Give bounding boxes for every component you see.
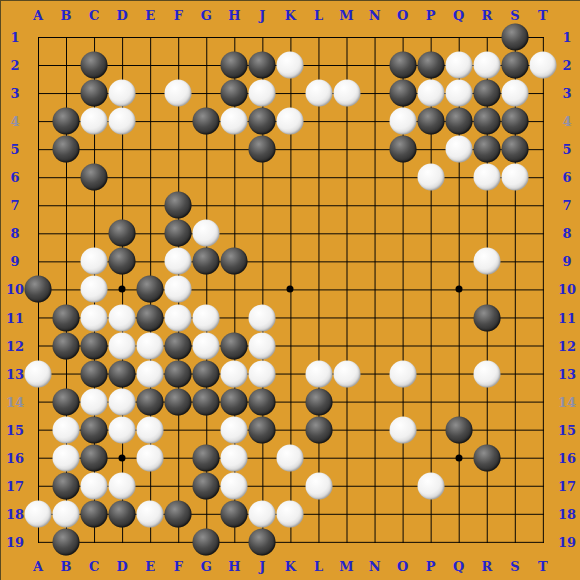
col-label-top: S	[510, 9, 519, 22]
white-stone[interactable]	[501, 80, 528, 107]
white-stone[interactable]	[165, 276, 192, 303]
white-stone[interactable]	[25, 360, 52, 387]
row-label-left: 5	[10, 143, 19, 156]
white-stone[interactable]	[249, 80, 276, 107]
white-stone[interactable]	[277, 444, 304, 471]
row-label-right: 9	[562, 255, 571, 268]
black-stone[interactable]	[305, 416, 332, 443]
white-stone[interactable]	[81, 388, 108, 415]
col-label-bottom: D	[117, 560, 128, 573]
star-point	[287, 286, 294, 293]
col-label-bottom: K	[285, 560, 296, 573]
row-label-right: 5	[562, 143, 571, 156]
black-stone[interactable]	[53, 304, 80, 331]
white-stone[interactable]	[137, 332, 164, 359]
white-stone[interactable]	[81, 108, 108, 135]
black-stone[interactable]	[109, 220, 136, 247]
black-stone[interactable]	[249, 136, 276, 163]
col-label-top: N	[369, 9, 381, 22]
row-label-right: 17	[558, 479, 576, 492]
black-stone[interactable]	[81, 360, 108, 387]
star-point	[119, 454, 126, 461]
black-stone[interactable]	[221, 500, 248, 527]
col-label-bottom: O	[397, 560, 408, 573]
black-stone[interactable]	[193, 388, 220, 415]
col-label-top: F	[174, 9, 183, 22]
white-stone[interactable]	[221, 416, 248, 443]
row-label-left: 18	[6, 507, 24, 520]
black-stone[interactable]	[53, 472, 80, 499]
row-label-left: 4	[10, 115, 19, 128]
black-stone[interactable]	[81, 332, 108, 359]
white-stone[interactable]	[417, 80, 444, 107]
black-stone[interactable]	[81, 416, 108, 443]
black-stone[interactable]	[473, 304, 500, 331]
black-stone[interactable]	[109, 500, 136, 527]
white-stone[interactable]	[501, 164, 528, 191]
col-label-bottom: H	[228, 560, 240, 573]
white-stone[interactable]	[109, 416, 136, 443]
col-label-top: T	[538, 9, 548, 22]
white-stone[interactable]	[193, 220, 220, 247]
white-stone[interactable]	[389, 416, 416, 443]
black-stone[interactable]	[25, 276, 52, 303]
white-stone[interactable]	[81, 276, 108, 303]
white-stone[interactable]	[53, 444, 80, 471]
row-label-left: 3	[10, 87, 19, 100]
white-stone[interactable]	[277, 500, 304, 527]
black-stone[interactable]	[53, 528, 80, 555]
black-stone[interactable]	[221, 52, 248, 79]
white-stone[interactable]	[249, 500, 276, 527]
row-label-right: 2	[562, 59, 571, 72]
white-stone[interactable]	[81, 472, 108, 499]
col-label-top: M	[339, 9, 353, 22]
black-stone[interactable]	[501, 136, 528, 163]
white-stone[interactable]	[389, 360, 416, 387]
col-label-bottom: F	[174, 560, 183, 573]
black-stone[interactable]	[389, 80, 416, 107]
black-stone[interactable]	[305, 388, 332, 415]
black-stone[interactable]	[165, 332, 192, 359]
black-stone[interactable]	[165, 220, 192, 247]
row-label-left: 12	[6, 339, 24, 352]
row-label-left: 13	[6, 367, 24, 380]
row-label-right: 7	[562, 199, 571, 212]
row-label-right: 8	[562, 227, 571, 240]
col-label-top: G	[201, 9, 212, 22]
black-stone[interactable]	[81, 164, 108, 191]
black-stone[interactable]	[417, 108, 444, 135]
star-point	[455, 454, 462, 461]
row-label-left: 16	[6, 451, 24, 464]
white-stone[interactable]	[165, 304, 192, 331]
row-label-right: 11	[558, 311, 576, 324]
white-stone[interactable]	[305, 472, 332, 499]
white-stone[interactable]	[109, 80, 136, 107]
white-stone[interactable]	[109, 332, 136, 359]
white-stone[interactable]	[53, 416, 80, 443]
black-stone[interactable]	[137, 276, 164, 303]
black-stone[interactable]	[249, 416, 276, 443]
black-stone[interactable]	[445, 416, 472, 443]
white-stone[interactable]	[249, 332, 276, 359]
black-stone[interactable]	[501, 52, 528, 79]
white-stone[interactable]	[277, 108, 304, 135]
black-stone[interactable]	[193, 472, 220, 499]
white-stone[interactable]	[473, 360, 500, 387]
col-label-bottom: G	[201, 560, 212, 573]
row-label-right: 6	[562, 171, 571, 184]
row-label-right: 4	[562, 115, 571, 128]
col-label-bottom: B	[61, 560, 72, 573]
white-stone[interactable]	[529, 52, 556, 79]
col-label-bottom: M	[339, 560, 353, 573]
col-label-top: O	[397, 9, 408, 22]
col-label-top: P	[426, 9, 436, 22]
black-stone[interactable]	[473, 80, 500, 107]
star-point	[455, 286, 462, 293]
row-label-right: 13	[558, 367, 576, 380]
black-stone[interactable]	[193, 444, 220, 471]
white-stone[interactable]	[445, 80, 472, 107]
white-stone[interactable]	[109, 472, 136, 499]
row-label-left: 7	[10, 199, 19, 212]
col-label-top: Q	[453, 9, 464, 22]
black-stone[interactable]	[53, 108, 80, 135]
black-stone[interactable]	[137, 388, 164, 415]
black-stone[interactable]	[81, 500, 108, 527]
row-label-left: 17	[6, 479, 24, 492]
black-stone[interactable]	[249, 108, 276, 135]
col-label-top: E	[145, 9, 155, 22]
col-label-top: R	[481, 9, 492, 22]
black-stone[interactable]	[193, 360, 220, 387]
black-stone[interactable]	[165, 360, 192, 387]
col-label-bottom: E	[145, 560, 155, 573]
black-stone[interactable]	[473, 108, 500, 135]
white-stone[interactable]	[473, 164, 500, 191]
white-stone[interactable]	[25, 500, 52, 527]
row-label-left: 6	[10, 171, 19, 184]
black-stone[interactable]	[109, 248, 136, 275]
white-stone[interactable]	[165, 80, 192, 107]
black-stone[interactable]	[81, 444, 108, 471]
black-stone[interactable]	[249, 388, 276, 415]
white-stone[interactable]	[81, 304, 108, 331]
black-stone[interactable]	[249, 52, 276, 79]
col-label-bottom: T	[538, 560, 548, 573]
white-stone[interactable]	[137, 444, 164, 471]
white-stone[interactable]	[165, 248, 192, 275]
white-stone[interactable]	[417, 472, 444, 499]
row-label-right: 14	[558, 395, 576, 408]
black-stone[interactable]	[137, 304, 164, 331]
black-stone[interactable]	[165, 500, 192, 527]
col-label-top: D	[117, 9, 128, 22]
white-stone[interactable]	[193, 304, 220, 331]
white-stone[interactable]	[81, 248, 108, 275]
black-stone[interactable]	[501, 108, 528, 135]
black-stone[interactable]	[221, 332, 248, 359]
row-label-left: 2	[10, 59, 19, 72]
col-label-bottom: P	[426, 560, 436, 573]
row-label-left: 19	[6, 535, 24, 548]
white-stone[interactable]	[193, 332, 220, 359]
black-stone[interactable]	[221, 388, 248, 415]
white-stone[interactable]	[221, 472, 248, 499]
row-label-left: 8	[10, 227, 19, 240]
row-label-left: 9	[10, 255, 19, 268]
black-stone[interactable]	[193, 248, 220, 275]
col-label-top: A	[33, 9, 43, 22]
white-stone[interactable]	[137, 416, 164, 443]
black-stone[interactable]	[389, 136, 416, 163]
black-stone[interactable]	[165, 192, 192, 219]
white-stone[interactable]	[109, 388, 136, 415]
col-label-bottom: N	[369, 560, 381, 573]
black-stone[interactable]	[473, 136, 500, 163]
go-board-app: AABBCCDDEEFFGGHHJJKKLLMMNNOOPPQQRRSSTT11…	[0, 0, 580, 580]
white-stone[interactable]	[221, 360, 248, 387]
black-stone[interactable]	[249, 528, 276, 555]
white-stone[interactable]	[221, 108, 248, 135]
col-label-bottom: Q	[453, 560, 464, 573]
white-stone[interactable]	[473, 248, 500, 275]
col-label-bottom: L	[314, 560, 323, 573]
white-stone[interactable]	[277, 52, 304, 79]
white-stone[interactable]	[333, 360, 360, 387]
row-label-right: 18	[558, 507, 576, 520]
row-label-right: 10	[558, 283, 576, 296]
white-stone[interactable]	[109, 304, 136, 331]
black-stone[interactable]	[53, 332, 80, 359]
black-stone[interactable]	[501, 24, 528, 51]
row-label-left: 11	[6, 311, 24, 324]
black-stone[interactable]	[53, 136, 80, 163]
col-label-top: J	[259, 9, 265, 22]
black-stone[interactable]	[417, 52, 444, 79]
col-label-bottom: R	[481, 560, 492, 573]
col-label-bottom: C	[89, 560, 99, 573]
white-stone[interactable]	[249, 360, 276, 387]
black-stone[interactable]	[473, 444, 500, 471]
row-label-right: 1	[562, 31, 571, 44]
star-point	[119, 286, 126, 293]
black-stone[interactable]	[165, 388, 192, 415]
black-stone[interactable]	[81, 52, 108, 79]
black-stone[interactable]	[221, 248, 248, 275]
row-label-right: 19	[558, 535, 576, 548]
white-stone[interactable]	[305, 80, 332, 107]
white-stone[interactable]	[473, 52, 500, 79]
row-label-right: 15	[558, 423, 576, 436]
row-label-right: 12	[558, 339, 576, 352]
black-stone[interactable]	[53, 388, 80, 415]
black-stone[interactable]	[193, 108, 220, 135]
white-stone[interactable]	[445, 52, 472, 79]
col-label-top: L	[314, 9, 323, 22]
black-stone[interactable]	[389, 52, 416, 79]
row-label-right: 3	[562, 87, 571, 100]
row-label-left: 14	[6, 395, 24, 408]
col-label-bottom: S	[510, 560, 519, 573]
white-stone[interactable]	[417, 164, 444, 191]
white-stone[interactable]	[389, 108, 416, 135]
black-stone[interactable]	[221, 80, 248, 107]
black-stone[interactable]	[193, 528, 220, 555]
white-stone[interactable]	[53, 500, 80, 527]
black-stone[interactable]	[109, 360, 136, 387]
col-label-bottom: A	[33, 560, 43, 573]
row-label-left: 10	[6, 283, 24, 296]
white-stone[interactable]	[137, 360, 164, 387]
white-stone[interactable]	[249, 304, 276, 331]
col-label-bottom: J	[259, 560, 265, 573]
row-label-right: 16	[558, 451, 576, 464]
white-stone[interactable]	[305, 360, 332, 387]
col-label-top: B	[61, 9, 72, 22]
row-label-left: 1	[10, 31, 19, 44]
col-label-top: C	[89, 9, 99, 22]
white-stone[interactable]	[333, 80, 360, 107]
col-label-top: K	[285, 9, 296, 22]
white-stone[interactable]	[221, 444, 248, 471]
row-label-left: 15	[6, 423, 24, 436]
white-stone[interactable]	[137, 500, 164, 527]
white-stone[interactable]	[445, 136, 472, 163]
black-stone[interactable]	[81, 80, 108, 107]
col-label-top: H	[228, 9, 240, 22]
black-stone[interactable]	[445, 108, 472, 135]
white-stone[interactable]	[109, 108, 136, 135]
